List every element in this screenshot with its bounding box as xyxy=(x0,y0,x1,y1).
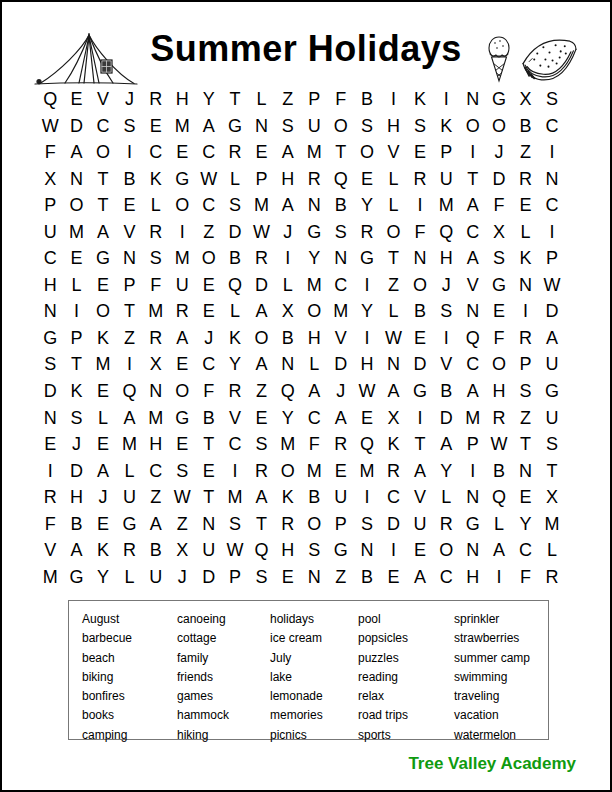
grid-cell-r11c3[interactable]: M xyxy=(90,351,116,378)
grid-cell-r1c20[interactable]: S xyxy=(539,86,565,113)
grid-cell-r13c9[interactable]: E xyxy=(248,405,274,432)
grid-cell-r12c17[interactable]: A xyxy=(460,378,486,405)
grid-cell-r11c2[interactable]: T xyxy=(63,351,89,378)
grid-cell-r9c20[interactable]: D xyxy=(539,298,565,325)
grid-cell-r1c5[interactable]: R xyxy=(143,86,169,113)
grid-cell-r3c1[interactable]: F xyxy=(37,139,63,166)
grid-cell-r13c19[interactable]: Z xyxy=(512,405,538,432)
grid-cell-r12c6[interactable]: O xyxy=(169,378,195,405)
grid-cell-r1c1[interactable]: Q xyxy=(37,86,63,113)
grid-cell-r19c4[interactable]: L xyxy=(116,564,142,591)
grid-cell-r12c4[interactable]: Q xyxy=(116,378,142,405)
grid-cell-r16c3[interactable]: J xyxy=(90,484,116,511)
grid-cell-r14c9[interactable]: S xyxy=(248,431,274,458)
grid-cell-r8c14[interactable]: Z xyxy=(380,272,406,299)
grid-cell-r15c2[interactable]: D xyxy=(63,458,89,485)
grid-cell-r10c15[interactable]: E xyxy=(407,325,433,352)
grid-cell-r15c13[interactable]: M xyxy=(354,458,380,485)
grid-cell-r1c3[interactable]: V xyxy=(90,86,116,113)
grid-cell-r14c17[interactable]: P xyxy=(460,431,486,458)
grid-cell-r17c12[interactable]: P xyxy=(327,511,353,538)
grid-cell-r6c7[interactable]: Z xyxy=(195,219,221,246)
grid-cell-r2c20[interactable]: C xyxy=(539,113,565,140)
grid-cell-r17c16[interactable]: R xyxy=(433,511,459,538)
grid-cell-r16c10[interactable]: K xyxy=(275,484,301,511)
grid-cell-r7c14[interactable]: T xyxy=(380,245,406,272)
grid-cell-r4c3[interactable]: T xyxy=(90,166,116,193)
grid-cell-r2c10[interactable]: S xyxy=(275,113,301,140)
grid-cell-r3c13[interactable]: O xyxy=(354,139,380,166)
grid-cell-r9c3[interactable]: O xyxy=(90,298,116,325)
grid-cell-r17c18[interactable]: L xyxy=(486,511,512,538)
grid-cell-r16c19[interactable]: E xyxy=(512,484,538,511)
grid-cell-r16c4[interactable]: U xyxy=(116,484,142,511)
grid-cell-r2c11[interactable]: U xyxy=(301,113,327,140)
grid-cell-r17c8[interactable]: S xyxy=(222,511,248,538)
grid-cell-r5c7[interactable]: C xyxy=(195,192,221,219)
grid-cell-r10c14[interactable]: W xyxy=(380,325,406,352)
grid-cell-r7c1[interactable]: C xyxy=(37,245,63,272)
grid-cell-r6c6[interactable]: I xyxy=(169,219,195,246)
grid-cell-r15c19[interactable]: N xyxy=(512,458,538,485)
grid-cell-r11c7[interactable]: C xyxy=(195,351,221,378)
grid-cell-r10c12[interactable]: V xyxy=(327,325,353,352)
grid-cell-r5c1[interactable]: P xyxy=(37,192,63,219)
grid-cell-r14c7[interactable]: T xyxy=(195,431,221,458)
grid-cell-r7c13[interactable]: G xyxy=(354,245,380,272)
grid-cell-r11c15[interactable]: D xyxy=(407,351,433,378)
grid-cell-r1c13[interactable]: B xyxy=(354,86,380,113)
grid-cell-r19c20[interactable]: R xyxy=(539,564,565,591)
grid-cell-r15c1[interactable]: I xyxy=(37,458,63,485)
grid-cell-r7c18[interactable]: S xyxy=(486,245,512,272)
grid-cell-r10c19[interactable]: R xyxy=(512,325,538,352)
grid-cell-r19c8[interactable]: P xyxy=(222,564,248,591)
grid-cell-r14c3[interactable]: E xyxy=(90,431,116,458)
grid-cell-r9c19[interactable]: I xyxy=(512,298,538,325)
grid-cell-r9c6[interactable]: R xyxy=(169,298,195,325)
grid-cell-r19c9[interactable]: S xyxy=(248,564,274,591)
grid-cell-r12c5[interactable]: N xyxy=(143,378,169,405)
grid-cell-r11c20[interactable]: U xyxy=(539,351,565,378)
grid-cell-r5c20[interactable]: C xyxy=(539,192,565,219)
grid-cell-r12c19[interactable]: S xyxy=(512,378,538,405)
grid-cell-r1c12[interactable]: F xyxy=(327,86,353,113)
grid-cell-r11c11[interactable]: L xyxy=(301,351,327,378)
grid-cell-r17c17[interactable]: G xyxy=(460,511,486,538)
grid-cell-r2c18[interactable]: O xyxy=(486,113,512,140)
grid-cell-r18c6[interactable]: X xyxy=(169,537,195,564)
grid-cell-r14c14[interactable]: K xyxy=(380,431,406,458)
grid-cell-r1c10[interactable]: Z xyxy=(275,86,301,113)
grid-cell-r17c9[interactable]: T xyxy=(248,511,274,538)
grid-cell-r16c11[interactable]: B xyxy=(301,484,327,511)
grid-cell-r17c14[interactable]: D xyxy=(380,511,406,538)
grid-cell-r5c19[interactable]: E xyxy=(512,192,538,219)
grid-cell-r13c7[interactable]: B xyxy=(195,405,221,432)
grid-cell-r2c2[interactable]: D xyxy=(63,113,89,140)
grid-cell-r2c15[interactable]: S xyxy=(407,113,433,140)
grid-cell-r5c18[interactable]: F xyxy=(486,192,512,219)
grid-cell-r13c5[interactable]: M xyxy=(143,405,169,432)
grid-cell-r2c6[interactable]: M xyxy=(169,113,195,140)
grid-cell-r16c16[interactable]: L xyxy=(433,484,459,511)
grid-cell-r15c4[interactable]: L xyxy=(116,458,142,485)
grid-cell-r7c6[interactable]: M xyxy=(169,245,195,272)
grid-cell-r14c6[interactable]: E xyxy=(169,431,195,458)
grid-cell-r10c11[interactable]: H xyxy=(301,325,327,352)
grid-cell-r10c3[interactable]: K xyxy=(90,325,116,352)
grid-cell-r9c4[interactable]: T xyxy=(116,298,142,325)
grid-cell-r4c20[interactable]: N xyxy=(539,166,565,193)
grid-cell-r15c14[interactable]: R xyxy=(380,458,406,485)
grid-cell-r14c4[interactable]: M xyxy=(116,431,142,458)
grid-cell-r2c19[interactable]: B xyxy=(512,113,538,140)
grid-cell-r4c2[interactable]: N xyxy=(63,166,89,193)
grid-cell-r13c6[interactable]: G xyxy=(169,405,195,432)
grid-cell-r12c9[interactable]: Z xyxy=(248,378,274,405)
grid-cell-r3c20[interactable]: I xyxy=(539,139,565,166)
grid-cell-r5c3[interactable]: T xyxy=(90,192,116,219)
grid-cell-r12c1[interactable]: D xyxy=(37,378,63,405)
grid-cell-r16c5[interactable]: Z xyxy=(143,484,169,511)
grid-cell-r1c7[interactable]: Y xyxy=(195,86,221,113)
grid-cell-r4c11[interactable]: R xyxy=(301,166,327,193)
grid-cell-r10c18[interactable]: F xyxy=(486,325,512,352)
grid-cell-r17c2[interactable]: B xyxy=(63,511,89,538)
grid-cell-r6c16[interactable]: Q xyxy=(433,219,459,246)
grid-cell-r9c2[interactable]: I xyxy=(63,298,89,325)
grid-cell-r19c6[interactable]: J xyxy=(169,564,195,591)
grid-cell-r12c7[interactable]: F xyxy=(195,378,221,405)
grid-cell-r2c7[interactable]: A xyxy=(195,113,221,140)
grid-cell-r13c13[interactable]: E xyxy=(354,405,380,432)
grid-cell-r9c11[interactable]: O xyxy=(301,298,327,325)
grid-cell-r6c20[interactable]: I xyxy=(539,219,565,246)
grid-cell-r9c17[interactable]: N xyxy=(460,298,486,325)
grid-cell-r2c1[interactable]: W xyxy=(37,113,63,140)
grid-cell-r5c4[interactable]: E xyxy=(116,192,142,219)
grid-cell-r11c17[interactable]: C xyxy=(460,351,486,378)
grid-cell-r16c12[interactable]: U xyxy=(327,484,353,511)
grid-cell-r10c1[interactable]: G xyxy=(37,325,63,352)
grid-cell-r6c1[interactable]: U xyxy=(37,219,63,246)
grid-cell-r14c19[interactable]: T xyxy=(512,431,538,458)
grid-cell-r7c10[interactable]: I xyxy=(275,245,301,272)
grid-cell-r9c16[interactable]: S xyxy=(433,298,459,325)
grid-cell-r1c15[interactable]: K xyxy=(407,86,433,113)
grid-cell-r16c2[interactable]: H xyxy=(63,484,89,511)
grid-cell-r6c10[interactable]: J xyxy=(275,219,301,246)
grid-cell-r7c5[interactable]: S xyxy=(143,245,169,272)
grid-cell-r17c7[interactable]: N xyxy=(195,511,221,538)
grid-cell-r17c13[interactable]: S xyxy=(354,511,380,538)
grid-cell-r19c19[interactable]: F xyxy=(512,564,538,591)
grid-cell-r4c10[interactable]: H xyxy=(275,166,301,193)
grid-cell-r8c3[interactable]: E xyxy=(90,272,116,299)
grid-cell-r17c10[interactable]: R xyxy=(275,511,301,538)
grid-cell-r3c14[interactable]: V xyxy=(380,139,406,166)
grid-cell-r10c7[interactable]: J xyxy=(195,325,221,352)
grid-cell-r4c18[interactable]: D xyxy=(486,166,512,193)
grid-cell-r15c8[interactable]: I xyxy=(222,458,248,485)
grid-cell-r5c5[interactable]: L xyxy=(143,192,169,219)
grid-cell-r8c11[interactable]: M xyxy=(301,272,327,299)
grid-cell-r11c13[interactable]: H xyxy=(354,351,380,378)
grid-cell-r13c17[interactable]: M xyxy=(460,405,486,432)
grid-cell-r7c19[interactable]: K xyxy=(512,245,538,272)
grid-cell-r2c13[interactable]: S xyxy=(354,113,380,140)
grid-cell-r13c14[interactable]: X xyxy=(380,405,406,432)
grid-cell-r9c14[interactable]: L xyxy=(380,298,406,325)
grid-cell-r3c15[interactable]: E xyxy=(407,139,433,166)
grid-cell-r4c4[interactable]: B xyxy=(116,166,142,193)
grid-cell-r7c2[interactable]: E xyxy=(63,245,89,272)
grid-cell-r18c14[interactable]: I xyxy=(380,537,406,564)
grid-cell-r15c17[interactable]: I xyxy=(460,458,486,485)
grid-cell-r10c17[interactable]: Q xyxy=(460,325,486,352)
grid-cell-r4c1[interactable]: X xyxy=(37,166,63,193)
grid-cell-r2c12[interactable]: O xyxy=(327,113,353,140)
grid-cell-r7c15[interactable]: N xyxy=(407,245,433,272)
grid-cell-r15c6[interactable]: S xyxy=(169,458,195,485)
grid-cell-r11c5[interactable]: X xyxy=(143,351,169,378)
grid-cell-r7c9[interactable]: R xyxy=(248,245,274,272)
grid-cell-r13c2[interactable]: S xyxy=(63,405,89,432)
grid-cell-r3c7[interactable]: C xyxy=(195,139,221,166)
grid-cell-r13c1[interactable]: N xyxy=(37,405,63,432)
grid-cell-r6c15[interactable]: F xyxy=(407,219,433,246)
grid-cell-r14c13[interactable]: Q xyxy=(354,431,380,458)
grid-cell-r19c16[interactable]: C xyxy=(433,564,459,591)
grid-cell-r6c2[interactable]: M xyxy=(63,219,89,246)
grid-cell-r11c8[interactable]: Y xyxy=(222,351,248,378)
grid-cell-r1c6[interactable]: H xyxy=(169,86,195,113)
grid-cell-r14c11[interactable]: F xyxy=(301,431,327,458)
grid-cell-r6c5[interactable]: R xyxy=(143,219,169,246)
grid-cell-r2c9[interactable]: N xyxy=(248,113,274,140)
grid-cell-r7c16[interactable]: H xyxy=(433,245,459,272)
grid-cell-r12c18[interactable]: H xyxy=(486,378,512,405)
grid-cell-r9c7[interactable]: E xyxy=(195,298,221,325)
grid-cell-r13c12[interactable]: A xyxy=(327,405,353,432)
grid-cell-r6c4[interactable]: V xyxy=(116,219,142,246)
grid-cell-r15c18[interactable]: B xyxy=(486,458,512,485)
grid-cell-r8c8[interactable]: Q xyxy=(222,272,248,299)
grid-cell-r16c9[interactable]: A xyxy=(248,484,274,511)
grid-cell-r2c5[interactable]: E xyxy=(143,113,169,140)
grid-cell-r8c16[interactable]: J xyxy=(433,272,459,299)
grid-cell-r17c4[interactable]: G xyxy=(116,511,142,538)
grid-cell-r15c16[interactable]: Y xyxy=(433,458,459,485)
grid-cell-r18c15[interactable]: E xyxy=(407,537,433,564)
grid-cell-r9c9[interactable]: A xyxy=(248,298,274,325)
grid-cell-r5c14[interactable]: L xyxy=(380,192,406,219)
grid-cell-r8c6[interactable]: U xyxy=(169,272,195,299)
grid-cell-r15c20[interactable]: T xyxy=(539,458,565,485)
grid-cell-r14c8[interactable]: C xyxy=(222,431,248,458)
grid-cell-r17c5[interactable]: A xyxy=(143,511,169,538)
grid-cell-r1c4[interactable]: J xyxy=(116,86,142,113)
grid-cell-r14c16[interactable]: A xyxy=(433,431,459,458)
grid-cell-r3c5[interactable]: C xyxy=(143,139,169,166)
grid-cell-r12c3[interactable]: E xyxy=(90,378,116,405)
grid-cell-r6c9[interactable]: W xyxy=(248,219,274,246)
grid-cell-r5c17[interactable]: A xyxy=(460,192,486,219)
grid-cell-r4c8[interactable]: L xyxy=(222,166,248,193)
grid-cell-r2c16[interactable]: K xyxy=(433,113,459,140)
grid-cell-r7c7[interactable]: O xyxy=(195,245,221,272)
grid-cell-r10c20[interactable]: A xyxy=(539,325,565,352)
grid-cell-r1c19[interactable]: X xyxy=(512,86,538,113)
grid-cell-r8c13[interactable]: I xyxy=(354,272,380,299)
grid-cell-r6c8[interactable]: D xyxy=(222,219,248,246)
grid-cell-r9c5[interactable]: M xyxy=(143,298,169,325)
grid-cell-r10c10[interactable]: B xyxy=(275,325,301,352)
grid-cell-r1c14[interactable]: I xyxy=(380,86,406,113)
grid-cell-r12c2[interactable]: K xyxy=(63,378,89,405)
grid-cell-r18c20[interactable]: L xyxy=(539,537,565,564)
grid-cell-r3c17[interactable]: I xyxy=(460,139,486,166)
grid-cell-r11c16[interactable]: V xyxy=(433,351,459,378)
grid-cell-r18c7[interactable]: U xyxy=(195,537,221,564)
grid-cell-r17c15[interactable]: U xyxy=(407,511,433,538)
grid-cell-r14c20[interactable]: S xyxy=(539,431,565,458)
grid-cell-r3c11[interactable]: M xyxy=(301,139,327,166)
grid-cell-r7c8[interactable]: B xyxy=(222,245,248,272)
grid-cell-r10c16[interactable]: I xyxy=(433,325,459,352)
grid-cell-r12c11[interactable]: A xyxy=(301,378,327,405)
grid-cell-r19c13[interactable]: B xyxy=(354,564,380,591)
grid-cell-r13c18[interactable]: R xyxy=(486,405,512,432)
grid-cell-r2c17[interactable]: O xyxy=(460,113,486,140)
grid-cell-r18c11[interactable]: S xyxy=(301,537,327,564)
grid-cell-r15c10[interactable]: O xyxy=(275,458,301,485)
grid-cell-r18c13[interactable]: N xyxy=(354,537,380,564)
grid-cell-r9c8[interactable]: L xyxy=(222,298,248,325)
grid-cell-r16c6[interactable]: W xyxy=(169,484,195,511)
grid-cell-r19c1[interactable]: M xyxy=(37,564,63,591)
grid-cell-r3c18[interactable]: J xyxy=(486,139,512,166)
grid-cell-r12c15[interactable]: G xyxy=(407,378,433,405)
grid-cell-r16c8[interactable]: M xyxy=(222,484,248,511)
grid-cell-r1c17[interactable]: N xyxy=(460,86,486,113)
grid-cell-r4c19[interactable]: R xyxy=(512,166,538,193)
grid-cell-r7c17[interactable]: A xyxy=(460,245,486,272)
grid-cell-r18c12[interactable]: G xyxy=(327,537,353,564)
grid-cell-r8c18[interactable]: G xyxy=(486,272,512,299)
grid-cell-r17c3[interactable]: E xyxy=(90,511,116,538)
grid-cell-r19c10[interactable]: E xyxy=(275,564,301,591)
grid-cell-r18c1[interactable]: V xyxy=(37,537,63,564)
grid-cell-r12c12[interactable]: J xyxy=(327,378,353,405)
grid-cell-r10c13[interactable]: I xyxy=(354,325,380,352)
grid-cell-r11c4[interactable]: I xyxy=(116,351,142,378)
grid-cell-r7c12[interactable]: N xyxy=(327,245,353,272)
grid-cell-r10c4[interactable]: Z xyxy=(116,325,142,352)
grid-cell-r11c10[interactable]: N xyxy=(275,351,301,378)
grid-cell-r8c7[interactable]: E xyxy=(195,272,221,299)
grid-cell-r4c15[interactable]: R xyxy=(407,166,433,193)
grid-cell-r8c5[interactable]: F xyxy=(143,272,169,299)
grid-cell-r11c19[interactable]: P xyxy=(512,351,538,378)
grid-cell-r4c9[interactable]: P xyxy=(248,166,274,193)
grid-cell-r4c7[interactable]: W xyxy=(195,166,221,193)
grid-cell-r16c18[interactable]: Q xyxy=(486,484,512,511)
grid-cell-r15c5[interactable]: C xyxy=(143,458,169,485)
grid-cell-r3c10[interactable]: A xyxy=(275,139,301,166)
grid-cell-r8c19[interactable]: N xyxy=(512,272,538,299)
grid-cell-r19c3[interactable]: Y xyxy=(90,564,116,591)
grid-cell-r2c14[interactable]: H xyxy=(380,113,406,140)
grid-cell-r5c6[interactable]: O xyxy=(169,192,195,219)
grid-cell-r5c12[interactable]: B xyxy=(327,192,353,219)
grid-cell-r18c18[interactable]: A xyxy=(486,537,512,564)
grid-cell-r5c2[interactable]: O xyxy=(63,192,89,219)
grid-cell-r6c17[interactable]: C xyxy=(460,219,486,246)
grid-cell-r7c3[interactable]: G xyxy=(90,245,116,272)
grid-cell-r18c17[interactable]: N xyxy=(460,537,486,564)
grid-cell-r8c4[interactable]: P xyxy=(116,272,142,299)
grid-cell-r12c10[interactable]: Q xyxy=(275,378,301,405)
grid-cell-r3c9[interactable]: E xyxy=(248,139,274,166)
grid-cell-r19c14[interactable]: E xyxy=(380,564,406,591)
grid-cell-r8c9[interactable]: D xyxy=(248,272,274,299)
grid-cell-r4c16[interactable]: U xyxy=(433,166,459,193)
grid-cell-r8c12[interactable]: C xyxy=(327,272,353,299)
grid-cell-r13c11[interactable]: C xyxy=(301,405,327,432)
grid-cell-r19c7[interactable]: D xyxy=(195,564,221,591)
grid-cell-r11c9[interactable]: A xyxy=(248,351,274,378)
grid-cell-r14c2[interactable]: J xyxy=(63,431,89,458)
grid-cell-r17c1[interactable]: F xyxy=(37,511,63,538)
grid-cell-r16c20[interactable]: X xyxy=(539,484,565,511)
grid-cell-r18c19[interactable]: C xyxy=(512,537,538,564)
grid-cell-r1c8[interactable]: T xyxy=(222,86,248,113)
grid-cell-r3c3[interactable]: O xyxy=(90,139,116,166)
grid-cell-r14c18[interactable]: W xyxy=(486,431,512,458)
grid-cell-r15c15[interactable]: A xyxy=(407,458,433,485)
grid-cell-r5c10[interactable]: A xyxy=(275,192,301,219)
grid-cell-r8c17[interactable]: V xyxy=(460,272,486,299)
grid-cell-r14c12[interactable]: R xyxy=(327,431,353,458)
grid-cell-r4c13[interactable]: E xyxy=(354,166,380,193)
grid-cell-r3c8[interactable]: R xyxy=(222,139,248,166)
grid-cell-r11c18[interactable]: O xyxy=(486,351,512,378)
grid-cell-r16c15[interactable]: V xyxy=(407,484,433,511)
grid-cell-r13c20[interactable]: U xyxy=(539,405,565,432)
grid-cell-r9c13[interactable]: Y xyxy=(354,298,380,325)
grid-cell-r6c12[interactable]: S xyxy=(327,219,353,246)
grid-cell-r1c16[interactable]: I xyxy=(433,86,459,113)
grid-cell-r2c8[interactable]: G xyxy=(222,113,248,140)
grid-cell-r9c18[interactable]: E xyxy=(486,298,512,325)
grid-cell-r9c1[interactable]: N xyxy=(37,298,63,325)
grid-cell-r14c1[interactable]: E xyxy=(37,431,63,458)
grid-cell-r18c4[interactable]: R xyxy=(116,537,142,564)
grid-cell-r6c14[interactable]: O xyxy=(380,219,406,246)
grid-cell-r5c9[interactable]: M xyxy=(248,192,274,219)
grid-cell-r8c20[interactable]: W xyxy=(539,272,565,299)
grid-cell-r7c4[interactable]: N xyxy=(116,245,142,272)
grid-cell-r13c15[interactable]: I xyxy=(407,405,433,432)
grid-cell-r12c8[interactable]: R xyxy=(222,378,248,405)
grid-cell-r16c7[interactable]: T xyxy=(195,484,221,511)
grid-cell-r9c10[interactable]: X xyxy=(275,298,301,325)
grid-cell-r5c11[interactable]: N xyxy=(301,192,327,219)
grid-cell-r8c10[interactable]: L xyxy=(275,272,301,299)
grid-cell-r6c19[interactable]: L xyxy=(512,219,538,246)
